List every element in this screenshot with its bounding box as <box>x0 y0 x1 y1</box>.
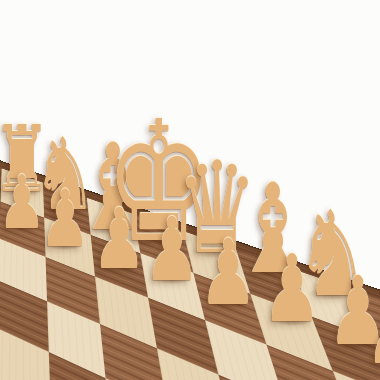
piece-white-pawn-c2[interactable]: ♟ <box>262 243 322 336</box>
piece-white-pawn-g2[interactable]: ♟ <box>40 180 91 259</box>
piece-white-pawn-e2[interactable]: ♟ <box>144 206 201 294</box>
piece-white-pawn-d2[interactable]: ♟ <box>199 227 258 318</box>
piece-white-pawn-f2[interactable]: ♟ <box>92 197 146 281</box>
chess-photo-stage: ♜♞♝♚♛♝♞♟♟♟♟♟♟♟♟ <box>0 0 380 380</box>
piece-white-pawn-a2[interactable]: ♟ <box>365 281 380 378</box>
